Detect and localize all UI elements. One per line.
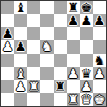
piece-white-pawn: ♟ xyxy=(94,67,106,80)
square-c1[interactable] xyxy=(27,93,40,106)
square-a4[interactable] xyxy=(1,54,14,67)
square-b6[interactable] xyxy=(14,27,27,40)
piece-black-pawn: ♟ xyxy=(80,14,92,27)
piece-white-pawn: ♟ xyxy=(80,80,92,93)
piece-black-bishop: ♝ xyxy=(15,1,27,14)
square-d3[interactable] xyxy=(40,67,53,80)
square-f8[interactable]: ♜ xyxy=(67,1,80,14)
piece-white-rook: ♜ xyxy=(67,93,79,106)
square-c7[interactable] xyxy=(27,14,40,27)
square-d7[interactable] xyxy=(40,14,53,27)
square-f7[interactable]: ♟ xyxy=(67,14,80,27)
square-c6[interactable] xyxy=(27,27,40,40)
square-g8[interactable]: ♚ xyxy=(80,1,93,14)
square-h8[interactable] xyxy=(93,1,106,14)
square-e4[interactable] xyxy=(54,54,67,67)
square-g6[interactable] xyxy=(80,27,93,40)
square-e7[interactable] xyxy=(54,14,67,27)
square-b7[interactable] xyxy=(14,14,27,27)
square-h1[interactable]: ♚ xyxy=(93,93,106,106)
piece-white-king: ♚ xyxy=(94,93,106,106)
square-e6[interactable] xyxy=(54,27,67,40)
square-b5[interactable]: ♟ xyxy=(14,40,27,53)
square-d8[interactable] xyxy=(40,1,53,14)
piece-white-pawn: ♟ xyxy=(2,40,14,53)
square-f3[interactable]: ♟ xyxy=(67,67,80,80)
square-c5[interactable] xyxy=(27,40,40,53)
square-b4[interactable] xyxy=(14,54,27,67)
square-d5[interactable]: ♞ xyxy=(40,40,53,53)
square-a1[interactable] xyxy=(1,93,14,106)
square-d4[interactable] xyxy=(40,54,53,67)
square-d6[interactable] xyxy=(40,27,53,40)
square-h7[interactable]: ♟ xyxy=(93,14,106,27)
piece-black-rook: ♜ xyxy=(54,80,66,93)
square-b8[interactable]: ♝ xyxy=(14,1,27,14)
square-a3[interactable] xyxy=(1,67,14,80)
square-a5[interactable]: ♟ xyxy=(1,40,14,53)
square-g5[interactable] xyxy=(80,40,93,53)
piece-white-rook: ♜ xyxy=(28,80,40,93)
square-g4[interactable] xyxy=(80,54,93,67)
piece-black-pawn: ♟ xyxy=(94,14,106,27)
square-h3[interactable]: ♟ xyxy=(93,67,106,80)
square-h2[interactable] xyxy=(93,80,106,93)
square-c3[interactable] xyxy=(27,67,40,80)
square-a2[interactable] xyxy=(1,80,14,93)
chess-diagram: ♝♜♚♟♟♟♟♟♟♞♞♝♟♛♟♟♜♜♟♜♛♚ xyxy=(0,0,107,107)
square-f5[interactable] xyxy=(67,40,80,53)
square-b3[interactable]: ♝ xyxy=(14,67,27,80)
square-h4[interactable]: ♞ xyxy=(93,54,106,67)
square-e2[interactable]: ♜ xyxy=(54,80,67,93)
piece-black-king: ♚ xyxy=(80,1,92,14)
square-h6[interactable] xyxy=(93,27,106,40)
square-c8[interactable] xyxy=(27,1,40,14)
piece-white-bishop: ♝ xyxy=(15,67,27,80)
square-g2[interactable]: ♟ xyxy=(80,80,93,93)
square-e8[interactable] xyxy=(54,1,67,14)
square-g3[interactable]: ♛ xyxy=(80,67,93,80)
square-f4[interactable] xyxy=(67,54,80,67)
square-d2[interactable] xyxy=(40,80,53,93)
square-g1[interactable]: ♛ xyxy=(80,93,93,106)
piece-white-pawn: ♟ xyxy=(67,67,79,80)
square-c4[interactable] xyxy=(27,54,40,67)
piece-black-pawn: ♟ xyxy=(15,40,27,53)
square-d1[interactable] xyxy=(40,93,53,106)
piece-black-pawn: ♟ xyxy=(2,27,14,40)
piece-white-knight: ♞ xyxy=(41,40,53,53)
square-f1[interactable]: ♜ xyxy=(67,93,80,106)
piece-white-pawn: ♟ xyxy=(15,80,27,93)
square-h5[interactable] xyxy=(93,40,106,53)
square-a7[interactable] xyxy=(1,14,14,27)
square-e3[interactable] xyxy=(54,67,67,80)
piece-black-knight: ♞ xyxy=(94,54,106,67)
piece-white-queen: ♛ xyxy=(80,93,92,106)
square-f2[interactable] xyxy=(67,80,80,93)
square-c2[interactable]: ♜ xyxy=(27,80,40,93)
square-a6[interactable]: ♟ xyxy=(1,27,14,40)
piece-black-queen: ♛ xyxy=(80,67,92,80)
square-e1[interactable] xyxy=(54,93,67,106)
square-b2[interactable]: ♟ xyxy=(14,80,27,93)
square-e5[interactable] xyxy=(54,40,67,53)
chess-board: ♝♜♚♟♟♟♟♟♟♞♞♝♟♛♟♟♜♜♟♜♛♚ xyxy=(0,0,107,107)
square-b1[interactable] xyxy=(14,93,27,106)
square-a8[interactable] xyxy=(1,1,14,14)
square-f6[interactable] xyxy=(67,27,80,40)
piece-black-pawn: ♟ xyxy=(67,14,79,27)
piece-black-rook: ♜ xyxy=(67,1,79,14)
square-g7[interactable]: ♟ xyxy=(80,14,93,27)
